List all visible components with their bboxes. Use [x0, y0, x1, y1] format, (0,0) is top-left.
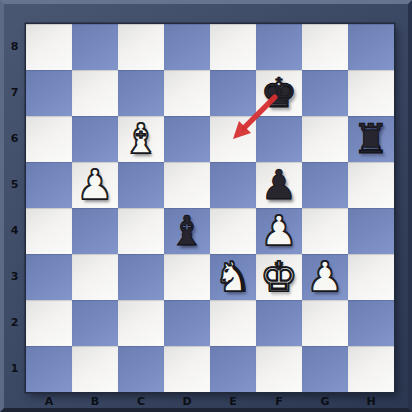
- square-a3[interactable]: [26, 254, 72, 300]
- black-king-f7[interactable]: ♚: [256, 70, 302, 116]
- rank-label-4: 4: [4, 208, 25, 254]
- square-c7[interactable]: [118, 70, 164, 116]
- white-pawn-b5[interactable]: ♟: [72, 162, 118, 208]
- square-a5[interactable]: [26, 162, 72, 208]
- square-a2[interactable]: [26, 300, 72, 346]
- square-d7[interactable]: [164, 70, 210, 116]
- square-a7[interactable]: [26, 70, 72, 116]
- file-label-d: D: [164, 394, 210, 410]
- rank-label-2: 2: [4, 300, 25, 346]
- square-a6[interactable]: [26, 116, 72, 162]
- square-f2[interactable]: [256, 300, 302, 346]
- square-h2[interactable]: [348, 300, 394, 346]
- square-c4[interactable]: [118, 208, 164, 254]
- square-h8[interactable]: [348, 24, 394, 70]
- square-g7[interactable]: [302, 70, 348, 116]
- chess-diagram: 87654321 ABCDEFGH ♚♝♜♟♟♝♟♞♚♟: [0, 0, 412, 412]
- black-bishop-d4[interactable]: ♝: [164, 208, 210, 254]
- file-label-h: H: [348, 394, 394, 410]
- rank-label-6: 6: [4, 116, 25, 162]
- white-knight-e3[interactable]: ♞: [210, 254, 256, 300]
- file-label-b: B: [72, 394, 118, 410]
- square-e5[interactable]: [210, 162, 256, 208]
- square-a4[interactable]: [26, 208, 72, 254]
- rank-label-1: 1: [4, 346, 25, 392]
- square-d1[interactable]: [164, 346, 210, 392]
- rank-label-8: 8: [4, 24, 25, 70]
- square-d2[interactable]: [164, 300, 210, 346]
- white-pawn-g3[interactable]: ♟: [302, 254, 348, 300]
- white-bishop-c6[interactable]: ♝: [118, 116, 164, 162]
- square-g8[interactable]: [302, 24, 348, 70]
- rank-label-5: 5: [4, 162, 25, 208]
- square-d3[interactable]: [164, 254, 210, 300]
- file-label-e: E: [210, 394, 256, 410]
- square-b8[interactable]: [72, 24, 118, 70]
- black-pawn-f5[interactable]: ♟: [256, 162, 302, 208]
- square-h7[interactable]: [348, 70, 394, 116]
- square-h3[interactable]: [348, 254, 394, 300]
- rank-label-3: 3: [4, 254, 25, 300]
- file-label-g: G: [302, 394, 348, 410]
- square-b6[interactable]: [72, 116, 118, 162]
- square-f8[interactable]: [256, 24, 302, 70]
- square-c5[interactable]: [118, 162, 164, 208]
- square-d8[interactable]: [164, 24, 210, 70]
- square-g4[interactable]: [302, 208, 348, 254]
- square-h5[interactable]: [348, 162, 394, 208]
- square-c1[interactable]: [118, 346, 164, 392]
- black-rook-h6[interactable]: ♜: [348, 116, 394, 162]
- square-c3[interactable]: [118, 254, 164, 300]
- square-b2[interactable]: [72, 300, 118, 346]
- square-g5[interactable]: [302, 162, 348, 208]
- square-g6[interactable]: [302, 116, 348, 162]
- square-c8[interactable]: [118, 24, 164, 70]
- square-e1[interactable]: [210, 346, 256, 392]
- square-b7[interactable]: [72, 70, 118, 116]
- square-e6[interactable]: [210, 116, 256, 162]
- square-e7[interactable]: [210, 70, 256, 116]
- square-e8[interactable]: [210, 24, 256, 70]
- square-b3[interactable]: [72, 254, 118, 300]
- file-label-a: A: [26, 394, 72, 410]
- file-label-c: C: [118, 394, 164, 410]
- rank-label-7: 7: [4, 70, 25, 116]
- square-d6[interactable]: [164, 116, 210, 162]
- square-b1[interactable]: [72, 346, 118, 392]
- square-e2[interactable]: [210, 300, 256, 346]
- chess-board: ♚♝♜♟♟♝♟♞♚♟: [26, 24, 394, 392]
- square-f1[interactable]: [256, 346, 302, 392]
- square-d5[interactable]: [164, 162, 210, 208]
- square-f6[interactable]: [256, 116, 302, 162]
- square-a1[interactable]: [26, 346, 72, 392]
- square-h4[interactable]: [348, 208, 394, 254]
- square-b4[interactable]: [72, 208, 118, 254]
- square-g1[interactable]: [302, 346, 348, 392]
- square-e4[interactable]: [210, 208, 256, 254]
- file-label-f: F: [256, 394, 302, 410]
- square-c2[interactable]: [118, 300, 164, 346]
- square-g2[interactable]: [302, 300, 348, 346]
- white-pawn-f4[interactable]: ♟: [256, 208, 302, 254]
- white-king-f3[interactable]: ♚: [256, 254, 302, 300]
- square-h1[interactable]: [348, 346, 394, 392]
- square-a8[interactable]: [26, 24, 72, 70]
